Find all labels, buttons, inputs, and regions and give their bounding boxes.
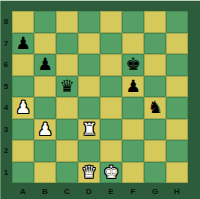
rank-label-2: 2 <box>0 140 12 162</box>
square-d3[interactable]: ♜ <box>78 119 100 141</box>
rank-label-7: 7 <box>0 33 12 55</box>
square-g6[interactable] <box>144 54 166 76</box>
file-label-c: C <box>56 183 78 199</box>
rank-label-5: 5 <box>0 76 12 98</box>
square-c3[interactable] <box>56 119 78 141</box>
file-label-h: H <box>166 183 188 199</box>
square-d1[interactable]: ♛ <box>78 162 100 184</box>
square-f8[interactable] <box>122 11 144 33</box>
square-c6[interactable] <box>56 54 78 76</box>
square-f1[interactable] <box>122 162 144 184</box>
square-c1[interactable] <box>56 162 78 184</box>
square-b6[interactable]: ♟ <box>34 54 56 76</box>
square-g3[interactable] <box>144 119 166 141</box>
square-b7[interactable] <box>34 33 56 55</box>
square-f2[interactable] <box>122 140 144 162</box>
piece-white-queen-d1[interactable]: ♛ <box>81 161 96 183</box>
square-d5[interactable] <box>78 76 100 98</box>
square-d2[interactable] <box>78 140 100 162</box>
square-h2[interactable] <box>166 140 188 162</box>
rank-label-6: 6 <box>0 54 12 76</box>
square-c8[interactable] <box>56 11 78 33</box>
square-a7[interactable]: ♟ <box>12 33 34 55</box>
square-h8[interactable] <box>166 11 188 33</box>
square-g5[interactable] <box>144 76 166 98</box>
rank-label-3: 3 <box>0 119 12 141</box>
chess-board-frame: 87654321 ♟♟♚♛♟♟♞♟♜♛♚ ABCDEFGH <box>0 0 200 199</box>
file-label-g: G <box>144 183 166 199</box>
piece-white-pawn-a4[interactable]: ♟ <box>15 97 30 119</box>
square-e4[interactable] <box>100 97 122 119</box>
square-g2[interactable] <box>144 140 166 162</box>
file-label-b: B <box>34 183 56 199</box>
piece-white-rook-d3[interactable]: ♜ <box>81 118 96 140</box>
square-b3[interactable]: ♟ <box>34 119 56 141</box>
rank-label-1: 1 <box>0 162 12 184</box>
square-a8[interactable] <box>12 11 34 33</box>
chess-board: ♟♟♚♛♟♟♞♟♜♛♚ <box>12 11 188 183</box>
square-a6[interactable] <box>12 54 34 76</box>
rank-label-8: 8 <box>0 11 12 33</box>
file-label-a: A <box>12 183 34 199</box>
square-a5[interactable] <box>12 76 34 98</box>
square-c2[interactable] <box>56 140 78 162</box>
square-b2[interactable] <box>34 140 56 162</box>
square-c4[interactable] <box>56 97 78 119</box>
square-f7[interactable] <box>122 33 144 55</box>
piece-white-king-e1[interactable]: ♚ <box>103 161 118 183</box>
piece-black-pawn-b6[interactable]: ♟ <box>37 54 52 76</box>
square-d4[interactable] <box>78 97 100 119</box>
square-f5[interactable]: ♟ <box>122 76 144 98</box>
square-g1[interactable] <box>144 162 166 184</box>
square-a1[interactable] <box>12 162 34 184</box>
piece-black-king-f6[interactable]: ♚ <box>125 54 140 76</box>
square-h4[interactable] <box>166 97 188 119</box>
square-e6[interactable] <box>100 54 122 76</box>
piece-white-pawn-b3[interactable]: ♟ <box>37 118 52 140</box>
square-g7[interactable] <box>144 33 166 55</box>
square-h5[interactable] <box>166 76 188 98</box>
square-h7[interactable] <box>166 33 188 55</box>
file-labels: ABCDEFGH <box>12 183 188 199</box>
square-b5[interactable] <box>34 76 56 98</box>
rank-labels: 87654321 <box>0 11 12 183</box>
square-a2[interactable] <box>12 140 34 162</box>
file-label-d: D <box>78 183 100 199</box>
square-e8[interactable] <box>100 11 122 33</box>
piece-black-pawn-f5[interactable]: ♟ <box>125 75 140 97</box>
square-e3[interactable] <box>100 119 122 141</box>
rank-label-4: 4 <box>0 97 12 119</box>
square-h6[interactable] <box>166 54 188 76</box>
piece-black-queen-c5[interactable]: ♛ <box>59 75 74 97</box>
square-h1[interactable] <box>166 162 188 184</box>
square-g8[interactable] <box>144 11 166 33</box>
square-d7[interactable] <box>78 33 100 55</box>
file-label-e: E <box>100 183 122 199</box>
square-a3[interactable] <box>12 119 34 141</box>
square-f4[interactable] <box>122 97 144 119</box>
square-a4[interactable]: ♟ <box>12 97 34 119</box>
square-e1[interactable]: ♚ <box>100 162 122 184</box>
square-f3[interactable] <box>122 119 144 141</box>
piece-black-pawn-a7[interactable]: ♟ <box>15 32 30 54</box>
square-c5[interactable]: ♛ <box>56 76 78 98</box>
piece-black-knight-g4[interactable]: ♞ <box>147 97 162 119</box>
square-f6[interactable]: ♚ <box>122 54 144 76</box>
square-e5[interactable] <box>100 76 122 98</box>
square-h3[interactable] <box>166 119 188 141</box>
file-label-f: F <box>122 183 144 199</box>
square-g4[interactable]: ♞ <box>144 97 166 119</box>
square-e2[interactable] <box>100 140 122 162</box>
square-d8[interactable] <box>78 11 100 33</box>
square-d6[interactable] <box>78 54 100 76</box>
square-c7[interactable] <box>56 33 78 55</box>
square-b1[interactable] <box>34 162 56 184</box>
square-b8[interactable] <box>34 11 56 33</box>
square-b4[interactable] <box>34 97 56 119</box>
square-e7[interactable] <box>100 33 122 55</box>
